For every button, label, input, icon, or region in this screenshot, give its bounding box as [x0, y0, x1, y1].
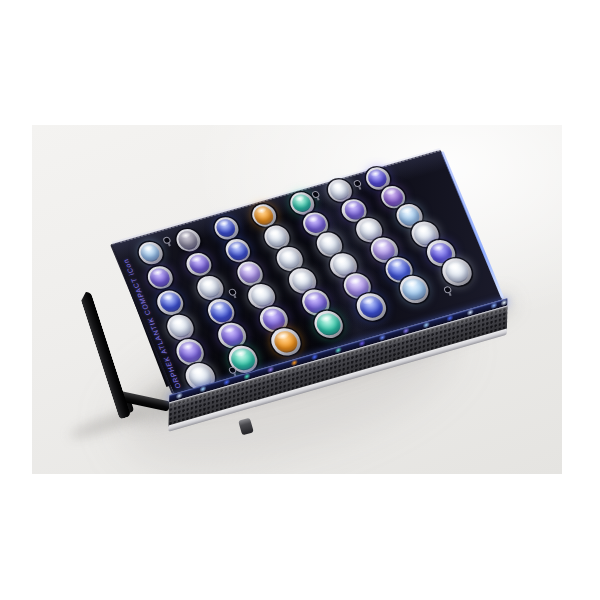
wifi-antenna	[79, 290, 131, 419]
screw-keyhole	[162, 236, 171, 244]
led-lens-glass	[207, 299, 235, 324]
led-lens-glass	[271, 328, 301, 355]
led-lens	[144, 263, 176, 292]
screw-keyhole	[443, 286, 452, 294]
product-photo: ORPHEK ATLANTIK COMPACT iCon	[32, 125, 562, 474]
led-lens-glass	[251, 205, 276, 227]
led-lens-glass	[186, 253, 212, 276]
led-lens-glass	[289, 192, 314, 214]
led-lens-glass	[365, 167, 390, 189]
led-lens-glass	[176, 229, 201, 251]
screw-keyhole	[353, 179, 362, 187]
led-lens-glass	[327, 180, 352, 202]
led-lens-glass	[314, 311, 344, 338]
led-lens	[135, 239, 166, 267]
led-lens-glass	[356, 293, 386, 320]
led-lens-glass	[248, 284, 276, 309]
led-lens-glass	[214, 217, 239, 239]
screw-keyhole	[228, 288, 237, 296]
led-lens-glass	[264, 226, 290, 249]
led-lens-glass	[237, 262, 264, 286]
led-lens	[163, 312, 197, 343]
led-lens-glass	[138, 242, 163, 264]
led-lens-glass	[157, 290, 184, 314]
led-lens-glass	[197, 276, 224, 300]
led-lens-glass	[399, 276, 429, 303]
led-lens	[154, 288, 187, 318]
screw-keyhole	[311, 190, 320, 198]
led-lens-glass	[442, 258, 472, 285]
led-lens-glass	[147, 266, 173, 289]
led-lens-glass	[176, 339, 205, 365]
page: { "game": "none (not a board game: produ…	[0, 0, 600, 600]
led-lens	[172, 227, 203, 255]
led-lens	[183, 250, 215, 279]
led-lens-glass	[225, 239, 251, 262]
led-array	[112, 151, 441, 245]
led-lens-glass	[303, 212, 329, 235]
led-lens-glass	[166, 315, 194, 340]
